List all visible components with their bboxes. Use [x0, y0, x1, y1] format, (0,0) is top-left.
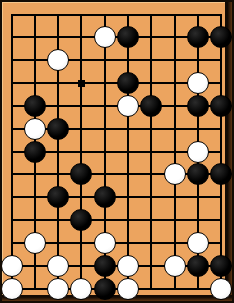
white-stone-c8-r8[interactable]	[164, 163, 186, 185]
black-stone-c9-r2[interactable]	[187, 26, 209, 48]
white-stone-c5-r11[interactable]	[94, 232, 116, 254]
white-stone-c1-r13[interactable]	[1, 278, 23, 300]
black-stone-c5-r12[interactable]	[94, 255, 116, 277]
black-stone-c9-r12[interactable]	[187, 255, 209, 277]
black-stone-c9-r8[interactable]	[187, 163, 209, 185]
white-stone-c1-r12[interactable]	[1, 255, 23, 277]
white-stone-c10-r13[interactable]	[210, 278, 232, 300]
black-stone-c2-r5[interactable]	[24, 95, 46, 117]
white-stone-c9-r4[interactable]	[187, 72, 209, 94]
white-stone-c3-r12[interactable]	[47, 255, 69, 277]
black-stone-c9-r5[interactable]	[187, 95, 209, 117]
black-stone-c3-r6[interactable]	[47, 118, 69, 140]
grid-line-horizontal-10	[11, 219, 223, 221]
white-stone-c2-r6[interactable]	[24, 118, 46, 140]
white-stone-c9-r11[interactable]	[187, 232, 209, 254]
white-stone-c3-r13[interactable]	[47, 278, 69, 300]
go-board[interactable]	[0, 0, 234, 303]
white-stone-c3-r3[interactable]	[47, 49, 69, 71]
white-stone-c6-r13[interactable]	[117, 278, 139, 300]
black-stone-c3-r9[interactable]	[47, 186, 69, 208]
black-stone-c4-r8[interactable]	[70, 163, 92, 185]
white-stone-c6-r12[interactable]	[117, 255, 139, 277]
white-stone-c5-r2[interactable]	[94, 26, 116, 48]
black-stone-c7-r5[interactable]	[140, 95, 162, 117]
white-stone-c8-r12[interactable]	[164, 255, 186, 277]
white-stone-c6-r5[interactable]	[117, 95, 139, 117]
black-stone-c4-r10[interactable]	[70, 209, 92, 231]
grid-line-horizontal-9	[11, 196, 223, 198]
black-stone-c5-r13[interactable]	[94, 278, 116, 300]
black-stone-c6-r4[interactable]	[117, 72, 139, 94]
white-stone-c9-r7[interactable]	[187, 141, 209, 163]
black-stone-c5-r9[interactable]	[94, 186, 116, 208]
black-stone-c6-r2[interactable]	[117, 26, 139, 48]
white-stone-c2-r11[interactable]	[24, 232, 46, 254]
grid-line-horizontal-3	[11, 59, 223, 61]
board-frame-bottom-edge	[2, 295, 232, 301]
star-point	[78, 80, 85, 87]
grid-line-horizontal-1	[11, 14, 223, 16]
black-stone-c2-r7[interactable]	[24, 141, 46, 163]
